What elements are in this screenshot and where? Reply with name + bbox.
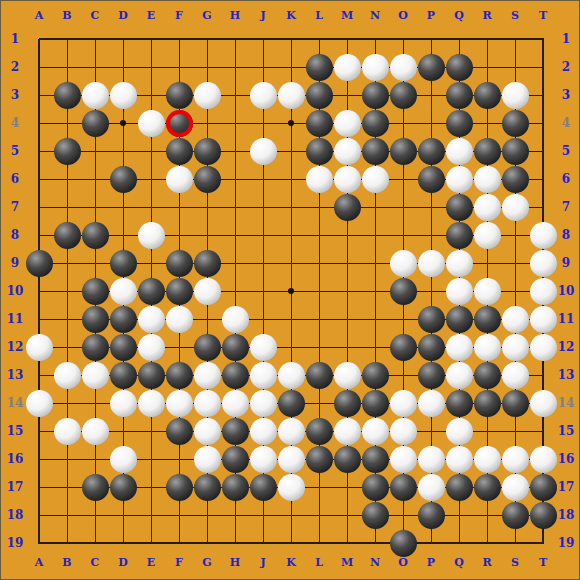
stone-black-L5[interactable]	[306, 138, 333, 165]
stone-white-R10[interactable]	[474, 278, 501, 305]
stone-white-T9[interactable]	[530, 250, 557, 277]
col-label-bottom-A: A	[26, 553, 52, 573]
stone-black-D12[interactable]	[110, 334, 137, 361]
stone-white-E11[interactable]	[138, 306, 165, 333]
stone-black-P2[interactable]	[418, 54, 445, 81]
stone-black-Q7[interactable]	[446, 194, 473, 221]
stone-white-F14[interactable]	[166, 390, 193, 417]
stone-black-H12[interactable]	[222, 334, 249, 361]
stone-black-N16[interactable]	[362, 446, 389, 473]
stone-black-D9[interactable]	[110, 250, 137, 277]
stone-black-H16[interactable]	[222, 446, 249, 473]
col-label-bottom-E: E	[138, 553, 164, 573]
col-label-bottom-F: F	[166, 553, 192, 573]
row-label-left-6: 6	[2, 169, 28, 189]
star-point-K10	[288, 288, 294, 294]
col-label-top-G: G	[194, 6, 220, 26]
stone-white-J14[interactable]	[250, 390, 277, 417]
row-label-right-6: 6	[553, 169, 579, 189]
col-label-top-R: R	[474, 6, 500, 26]
stone-white-F11[interactable]	[166, 306, 193, 333]
row-label-left-14: 14	[2, 393, 28, 413]
stone-white-Q16[interactable]	[446, 446, 473, 473]
stone-white-T11[interactable]	[530, 306, 557, 333]
row-label-right-19: 19	[553, 533, 579, 553]
stone-black-F5[interactable]	[166, 138, 193, 165]
grid-line-horizontal-19	[39, 542, 544, 544]
col-label-top-T: T	[530, 6, 556, 26]
stone-black-R17[interactable]	[474, 474, 501, 501]
stone-white-R12[interactable]	[474, 334, 501, 361]
stone-white-T16[interactable]	[530, 446, 557, 473]
stone-black-D6[interactable]	[110, 166, 137, 193]
stone-white-G15[interactable]	[194, 418, 221, 445]
col-label-bottom-B: B	[54, 553, 80, 573]
stone-black-H17[interactable]	[222, 474, 249, 501]
row-label-right-13: 13	[553, 365, 579, 385]
stone-black-S4[interactable]	[502, 110, 529, 137]
stone-black-B5[interactable]	[54, 138, 81, 165]
stone-black-L4[interactable]	[306, 110, 333, 137]
stone-black-S6[interactable]	[502, 166, 529, 193]
stone-white-A12[interactable]	[26, 334, 53, 361]
stone-black-P6[interactable]	[418, 166, 445, 193]
stone-white-O14[interactable]	[390, 390, 417, 417]
stone-white-P14[interactable]	[418, 390, 445, 417]
stone-black-R5[interactable]	[474, 138, 501, 165]
stone-white-D10[interactable]	[110, 278, 137, 305]
last-move-marker-F4	[166, 110, 193, 137]
stone-black-G9[interactable]	[194, 250, 221, 277]
stone-white-D14[interactable]	[110, 390, 137, 417]
stone-black-G17[interactable]	[194, 474, 221, 501]
row-label-right-9: 9	[553, 253, 579, 273]
stone-black-C10[interactable]	[82, 278, 109, 305]
stone-black-S5[interactable]	[502, 138, 529, 165]
stone-white-O9[interactable]	[390, 250, 417, 277]
row-label-left-19: 19	[2, 533, 28, 553]
stone-white-M15[interactable]	[334, 418, 361, 445]
row-label-left-2: 2	[2, 57, 28, 77]
row-label-right-7: 7	[553, 197, 579, 217]
stone-black-O17[interactable]	[390, 474, 417, 501]
stone-white-S13[interactable]	[502, 362, 529, 389]
stone-white-J16[interactable]	[250, 446, 277, 473]
row-label-right-11: 11	[553, 309, 579, 329]
stone-black-C4[interactable]	[82, 110, 109, 137]
stone-white-O15[interactable]	[390, 418, 417, 445]
stone-white-J12[interactable]	[250, 334, 277, 361]
col-label-bottom-D: D	[110, 553, 136, 573]
stone-white-K13[interactable]	[278, 362, 305, 389]
col-label-top-K: K	[278, 6, 304, 26]
col-label-bottom-J: J	[250, 553, 276, 573]
stone-black-G12[interactable]	[194, 334, 221, 361]
stone-black-F3[interactable]	[166, 82, 193, 109]
stone-black-C8[interactable]	[82, 222, 109, 249]
stone-black-G6[interactable]	[194, 166, 221, 193]
stone-black-D13[interactable]	[110, 362, 137, 389]
stone-black-G5[interactable]	[194, 138, 221, 165]
stone-black-Q11[interactable]	[446, 306, 473, 333]
go-board-app: AABBCCDDEEFFGGHHJJKKLLMMNNOOPPQQRRSSTT11…	[0, 0, 580, 580]
stone-black-Q4[interactable]	[446, 110, 473, 137]
col-label-top-N: N	[362, 6, 388, 26]
stone-white-P16[interactable]	[418, 446, 445, 473]
col-label-top-H: H	[222, 6, 248, 26]
stone-white-T12[interactable]	[530, 334, 557, 361]
row-label-right-16: 16	[553, 449, 579, 469]
stone-white-T8[interactable]	[530, 222, 557, 249]
stone-white-S16[interactable]	[502, 446, 529, 473]
col-label-top-A: A	[26, 6, 52, 26]
stone-white-Q10[interactable]	[446, 278, 473, 305]
stone-black-R13[interactable]	[474, 362, 501, 389]
col-label-bottom-M: M	[334, 553, 360, 573]
stone-black-C11[interactable]	[82, 306, 109, 333]
col-label-top-L: L	[306, 6, 332, 26]
stone-white-J5[interactable]	[250, 138, 277, 165]
row-label-right-18: 18	[553, 505, 579, 525]
col-label-bottom-R: R	[474, 553, 500, 573]
stone-white-Q15[interactable]	[446, 418, 473, 445]
row-label-right-3: 3	[553, 85, 579, 105]
row-label-left-7: 7	[2, 197, 28, 217]
go-board[interactable]: AABBCCDDEEFFGGHHJJKKLLMMNNOOPPQQRRSSTT11…	[1, 1, 580, 580]
stone-black-F9[interactable]	[166, 250, 193, 277]
stone-black-R3[interactable]	[474, 82, 501, 109]
row-label-left-5: 5	[2, 141, 28, 161]
stone-white-M6[interactable]	[334, 166, 361, 193]
stone-black-E13[interactable]	[138, 362, 165, 389]
stone-black-P13[interactable]	[418, 362, 445, 389]
row-label-right-1: 1	[553, 29, 579, 49]
stone-black-N3[interactable]	[362, 82, 389, 109]
stone-black-P11[interactable]	[418, 306, 445, 333]
stone-black-N18[interactable]	[362, 502, 389, 529]
col-label-top-B: B	[54, 6, 80, 26]
stone-white-L6[interactable]	[306, 166, 333, 193]
col-label-bottom-T: T	[530, 553, 556, 573]
stone-black-D17[interactable]	[110, 474, 137, 501]
stone-black-O5[interactable]	[390, 138, 417, 165]
row-label-left-9: 9	[2, 253, 28, 273]
stone-white-T14[interactable]	[530, 390, 557, 417]
row-label-left-11: 11	[2, 309, 28, 329]
row-label-right-15: 15	[553, 421, 579, 441]
row-label-right-2: 2	[553, 57, 579, 77]
stone-white-C15[interactable]	[82, 418, 109, 445]
row-label-left-4: 4	[2, 113, 28, 133]
stone-white-F6[interactable]	[166, 166, 193, 193]
col-label-bottom-C: C	[82, 553, 108, 573]
stone-black-F13[interactable]	[166, 362, 193, 389]
stone-white-O2[interactable]	[390, 54, 417, 81]
stone-black-F15[interactable]	[166, 418, 193, 445]
grid-line-horizontal-18	[39, 515, 544, 516]
stone-white-G16[interactable]	[194, 446, 221, 473]
stone-white-S11[interactable]	[502, 306, 529, 333]
stone-white-Q9[interactable]	[446, 250, 473, 277]
stone-white-D16[interactable]	[110, 446, 137, 473]
stone-black-Q17[interactable]	[446, 474, 473, 501]
stone-black-O3[interactable]	[390, 82, 417, 109]
row-label-right-4: 4	[553, 113, 579, 133]
star-point-K4	[288, 120, 294, 126]
stone-black-S18[interactable]	[502, 502, 529, 529]
stone-black-O12[interactable]	[390, 334, 417, 361]
col-label-top-S: S	[502, 6, 528, 26]
stone-white-K16[interactable]	[278, 446, 305, 473]
row-label-right-10: 10	[553, 281, 579, 301]
stone-white-N15[interactable]	[362, 418, 389, 445]
stone-black-C12[interactable]	[82, 334, 109, 361]
row-label-left-10: 10	[2, 281, 28, 301]
stone-black-N4[interactable]	[362, 110, 389, 137]
row-label-right-5: 5	[553, 141, 579, 161]
stone-white-G14[interactable]	[194, 390, 221, 417]
row-label-right-8: 8	[553, 225, 579, 245]
stone-white-E14[interactable]	[138, 390, 165, 417]
stone-white-H11[interactable]	[222, 306, 249, 333]
stone-black-N17[interactable]	[362, 474, 389, 501]
row-label-left-13: 13	[2, 365, 28, 385]
row-label-left-12: 12	[2, 337, 28, 357]
stone-white-S7[interactable]	[502, 194, 529, 221]
stone-black-N13[interactable]	[362, 362, 389, 389]
stone-white-R7[interactable]	[474, 194, 501, 221]
stone-white-R8[interactable]	[474, 222, 501, 249]
stone-white-N6[interactable]	[362, 166, 389, 193]
stone-white-K15[interactable]	[278, 418, 305, 445]
stone-white-K3[interactable]	[278, 82, 305, 109]
col-label-top-J: J	[250, 6, 276, 26]
stone-black-Q8[interactable]	[446, 222, 473, 249]
stone-white-E8[interactable]	[138, 222, 165, 249]
col-label-top-Q: Q	[446, 6, 472, 26]
stone-white-B15[interactable]	[54, 418, 81, 445]
stone-white-M4[interactable]	[334, 110, 361, 137]
stone-white-S3[interactable]	[502, 82, 529, 109]
stone-white-M5[interactable]	[334, 138, 361, 165]
col-label-bottom-H: H	[222, 553, 248, 573]
row-label-left-8: 8	[2, 225, 28, 245]
stone-white-A14[interactable]	[26, 390, 53, 417]
stone-white-B13[interactable]	[54, 362, 81, 389]
col-label-top-F: F	[166, 6, 192, 26]
stone-white-D3[interactable]	[110, 82, 137, 109]
row-label-right-17: 17	[553, 477, 579, 497]
stone-black-A9[interactable]	[26, 250, 53, 277]
stone-black-P5[interactable]	[418, 138, 445, 165]
stone-black-T17[interactable]	[530, 474, 557, 501]
stone-black-L16[interactable]	[306, 446, 333, 473]
stone-black-Q14[interactable]	[446, 390, 473, 417]
row-label-left-17: 17	[2, 477, 28, 497]
stone-black-R14[interactable]	[474, 390, 501, 417]
row-label-left-16: 16	[2, 449, 28, 469]
stone-black-L3[interactable]	[306, 82, 333, 109]
stone-white-M2[interactable]	[334, 54, 361, 81]
stone-black-M14[interactable]	[334, 390, 361, 417]
stone-black-B8[interactable]	[54, 222, 81, 249]
col-label-top-M: M	[334, 6, 360, 26]
row-label-right-12: 12	[553, 337, 579, 357]
stone-white-C3[interactable]	[82, 82, 109, 109]
stone-black-H13[interactable]	[222, 362, 249, 389]
stone-black-K14[interactable]	[278, 390, 305, 417]
stone-white-K17[interactable]	[278, 474, 305, 501]
stone-black-S14[interactable]	[502, 390, 529, 417]
stone-white-G10[interactable]	[194, 278, 221, 305]
stone-white-S17[interactable]	[502, 474, 529, 501]
col-label-bottom-Q: Q	[446, 553, 472, 573]
stone-white-J15[interactable]	[250, 418, 277, 445]
col-label-top-E: E	[138, 6, 164, 26]
stone-black-N5[interactable]	[362, 138, 389, 165]
stone-black-O19[interactable]	[390, 530, 417, 557]
star-point-D4	[120, 120, 126, 126]
stone-white-M13[interactable]	[334, 362, 361, 389]
col-label-bottom-K: K	[278, 553, 304, 573]
row-label-left-15: 15	[2, 421, 28, 441]
stone-black-Q2[interactable]	[446, 54, 473, 81]
stone-white-S12[interactable]	[502, 334, 529, 361]
stone-white-O16[interactable]	[390, 446, 417, 473]
row-label-left-1: 1	[2, 29, 28, 49]
stone-black-R11[interactable]	[474, 306, 501, 333]
stone-white-N2[interactable]	[362, 54, 389, 81]
stone-white-R6[interactable]	[474, 166, 501, 193]
col-label-top-O: O	[390, 6, 416, 26]
col-label-bottom-G: G	[194, 553, 220, 573]
stone-white-P17[interactable]	[418, 474, 445, 501]
stone-white-H14[interactable]	[222, 390, 249, 417]
stone-white-Q12[interactable]	[446, 334, 473, 361]
row-label-right-14: 14	[553, 393, 579, 413]
stone-white-J13[interactable]	[250, 362, 277, 389]
stone-white-E12[interactable]	[138, 334, 165, 361]
col-label-bottom-L: L	[306, 553, 332, 573]
stone-black-N14[interactable]	[362, 390, 389, 417]
stone-black-O10[interactable]	[390, 278, 417, 305]
stone-black-L15[interactable]	[306, 418, 333, 445]
row-label-left-18: 18	[2, 505, 28, 525]
stone-white-Q6[interactable]	[446, 166, 473, 193]
stone-black-L2[interactable]	[306, 54, 333, 81]
stone-black-Q3[interactable]	[446, 82, 473, 109]
col-label-bottom-P: P	[418, 553, 444, 573]
stone-black-E10[interactable]	[138, 278, 165, 305]
stone-black-M16[interactable]	[334, 446, 361, 473]
stone-white-G3[interactable]	[194, 82, 221, 109]
stone-black-P12[interactable]	[418, 334, 445, 361]
stone-white-R16[interactable]	[474, 446, 501, 473]
stone-black-M7[interactable]	[334, 194, 361, 221]
stone-white-Q13[interactable]	[446, 362, 473, 389]
stone-black-F17[interactable]	[166, 474, 193, 501]
stone-white-Q5[interactable]	[446, 138, 473, 165]
col-label-top-D: D	[110, 6, 136, 26]
col-label-top-C: C	[82, 6, 108, 26]
stone-white-J3[interactable]	[250, 82, 277, 109]
col-label-bottom-N: N	[362, 553, 388, 573]
stone-black-C17[interactable]	[82, 474, 109, 501]
stone-white-G13[interactable]	[194, 362, 221, 389]
stone-black-T18[interactable]	[530, 502, 557, 529]
row-label-left-3: 3	[2, 85, 28, 105]
stone-black-J17[interactable]	[250, 474, 277, 501]
stone-black-L13[interactable]	[306, 362, 333, 389]
stone-white-P9[interactable]	[418, 250, 445, 277]
stone-white-T10[interactable]	[530, 278, 557, 305]
stone-black-H15[interactable]	[222, 418, 249, 445]
stone-white-C13[interactable]	[82, 362, 109, 389]
stone-black-P18[interactable]	[418, 502, 445, 529]
stone-black-F10[interactable]	[166, 278, 193, 305]
stone-black-D11[interactable]	[110, 306, 137, 333]
stone-black-B3[interactable]	[54, 82, 81, 109]
stone-white-E4[interactable]	[138, 110, 165, 137]
col-label-bottom-S: S	[502, 553, 528, 573]
col-label-top-P: P	[418, 6, 444, 26]
